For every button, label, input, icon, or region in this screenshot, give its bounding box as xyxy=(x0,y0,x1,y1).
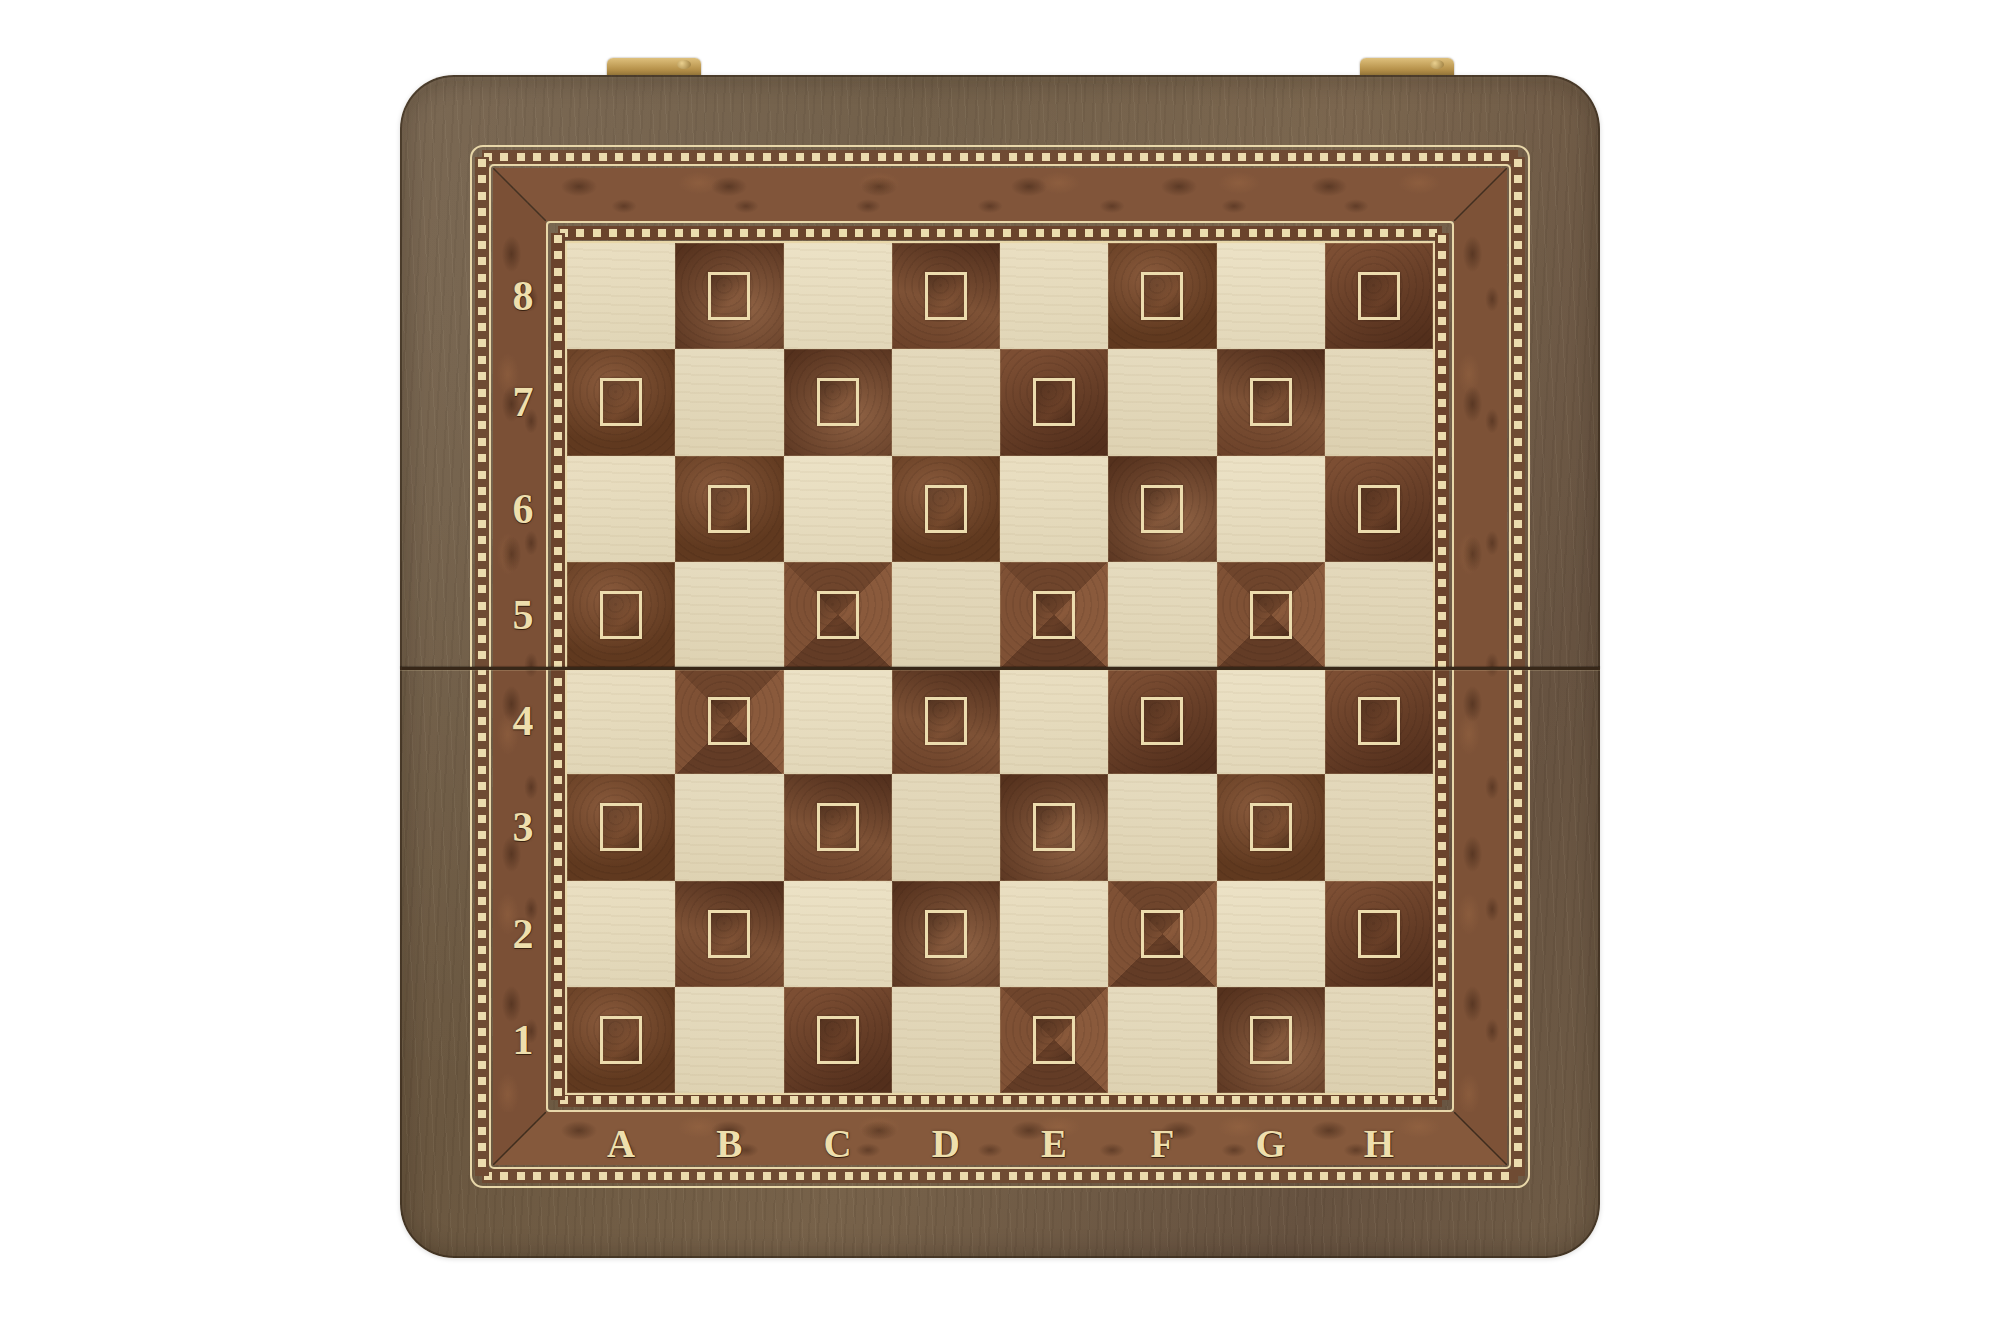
square-a1[interactable] xyxy=(567,987,675,1093)
square-e6[interactable] xyxy=(1000,456,1108,562)
file-label-h: H xyxy=(1364,1124,1394,1163)
file-label-f: F xyxy=(1150,1124,1174,1163)
file-label-g: G xyxy=(1255,1124,1285,1163)
square-f3[interactable] xyxy=(1108,774,1216,880)
file-label-c: C xyxy=(824,1124,852,1163)
square-h3[interactable] xyxy=(1325,774,1433,880)
square-a4[interactable] xyxy=(567,668,675,774)
square-a6[interactable] xyxy=(567,456,675,562)
dark-square-inlay xyxy=(600,378,642,426)
dark-square-inlay xyxy=(817,1016,859,1064)
dark-square-inlay xyxy=(708,697,750,745)
dark-square-inlay xyxy=(1358,485,1400,533)
dark-square-inlay xyxy=(1141,697,1183,745)
dark-square-inlay xyxy=(1358,697,1400,745)
square-c3[interactable] xyxy=(784,774,892,880)
dark-square-inlay xyxy=(817,803,859,851)
square-f4[interactable] xyxy=(1108,668,1216,774)
dark-square-inlay xyxy=(600,1016,642,1064)
dotted-strip xyxy=(558,226,1442,240)
dotted-strip xyxy=(482,1169,1518,1183)
square-b1[interactable] xyxy=(675,987,783,1093)
square-f6[interactable] xyxy=(1108,456,1216,562)
square-e3[interactable] xyxy=(1000,774,1108,880)
dark-square-inlay xyxy=(1250,378,1292,426)
square-g5[interactable] xyxy=(1217,562,1325,668)
dark-square-inlay xyxy=(708,485,750,533)
square-d6[interactable] xyxy=(892,456,1000,562)
square-h6[interactable] xyxy=(1325,456,1433,562)
dark-square-inlay xyxy=(817,378,859,426)
file-label-d: D xyxy=(932,1124,960,1163)
dotted-strip xyxy=(482,150,1518,164)
burl-corner xyxy=(1454,168,1507,221)
dark-square-inlay xyxy=(817,591,859,639)
dark-square-inlay xyxy=(925,697,967,745)
dark-square-inlay xyxy=(1033,378,1075,426)
square-f7[interactable] xyxy=(1108,349,1216,455)
square-d7[interactable] xyxy=(892,349,1000,455)
dark-square-inlay xyxy=(1141,485,1183,533)
dark-square-inlay xyxy=(1033,803,1075,851)
dark-square-inlay xyxy=(600,803,642,851)
rank-label-5: 5 xyxy=(513,594,534,636)
dark-square-inlay xyxy=(1358,272,1400,320)
square-g7[interactable] xyxy=(1217,349,1325,455)
rank-label-6: 6 xyxy=(513,488,534,530)
square-e8[interactable] xyxy=(1000,243,1108,349)
square-f8[interactable] xyxy=(1108,243,1216,349)
rank-label-2: 2 xyxy=(513,913,534,955)
burl-corner xyxy=(493,1112,546,1165)
chess-box-case: 87654321 ABCDEFGH xyxy=(400,75,1600,1258)
square-b5[interactable] xyxy=(675,562,783,668)
square-d1[interactable] xyxy=(892,987,1000,1093)
square-f5[interactable] xyxy=(1108,562,1216,668)
square-g3[interactable] xyxy=(1217,774,1325,880)
dark-square-inlay xyxy=(1141,910,1183,958)
dark-square-inlay xyxy=(600,591,642,639)
square-f1[interactable] xyxy=(1108,987,1216,1093)
square-b7[interactable] xyxy=(675,349,783,455)
square-g2[interactable] xyxy=(1217,881,1325,987)
dark-square-inlay xyxy=(1033,591,1075,639)
rank-label-7: 7 xyxy=(513,381,534,423)
dark-square-inlay xyxy=(708,272,750,320)
burl-corner xyxy=(1454,1112,1507,1165)
square-c4[interactable] xyxy=(784,668,892,774)
square-h2[interactable] xyxy=(1325,881,1433,987)
square-c5[interactable] xyxy=(784,562,892,668)
square-c7[interactable] xyxy=(784,349,892,455)
square-b8[interactable] xyxy=(675,243,783,349)
square-b6[interactable] xyxy=(675,456,783,562)
file-label-a: A xyxy=(607,1124,635,1163)
square-f2[interactable] xyxy=(1108,881,1216,987)
square-d2[interactable] xyxy=(892,881,1000,987)
square-h1[interactable] xyxy=(1325,987,1433,1093)
burl-band-top xyxy=(546,168,1454,221)
rank-label-1: 1 xyxy=(513,1019,534,1061)
square-b2[interactable] xyxy=(675,881,783,987)
rank-label-4: 4 xyxy=(513,700,534,742)
dark-square-inlay xyxy=(708,910,750,958)
dark-square-inlay xyxy=(1250,803,1292,851)
square-b4[interactable] xyxy=(675,668,783,774)
square-d4[interactable] xyxy=(892,668,1000,774)
square-h8[interactable] xyxy=(1325,243,1433,349)
dark-square-inlay xyxy=(1250,1016,1292,1064)
square-h5[interactable] xyxy=(1325,562,1433,668)
square-c6[interactable] xyxy=(784,456,892,562)
square-g1[interactable] xyxy=(1217,987,1325,1093)
dotted-strip xyxy=(558,1093,1442,1107)
dark-square-inlay xyxy=(925,910,967,958)
file-label-b: B xyxy=(716,1124,742,1163)
dark-square-inlay xyxy=(1141,272,1183,320)
square-g4[interactable] xyxy=(1217,668,1325,774)
product-photo-scene: 87654321 ABCDEFGH xyxy=(0,0,2000,1333)
square-e7[interactable] xyxy=(1000,349,1108,455)
square-a8[interactable] xyxy=(567,243,675,349)
square-e1[interactable] xyxy=(1000,987,1108,1093)
square-c2[interactable] xyxy=(784,881,892,987)
burl-corner xyxy=(493,168,546,221)
file-label-e: E xyxy=(1041,1124,1067,1163)
dark-square-inlay xyxy=(1033,1016,1075,1064)
dark-square-inlay xyxy=(925,485,967,533)
rank-label-3: 3 xyxy=(513,806,534,848)
square-e4[interactable] xyxy=(1000,668,1108,774)
square-d3[interactable] xyxy=(892,774,1000,880)
rank-label-8: 8 xyxy=(513,275,534,317)
square-c8[interactable] xyxy=(784,243,892,349)
square-a5[interactable] xyxy=(567,562,675,668)
square-b3[interactable] xyxy=(675,774,783,880)
square-e2[interactable] xyxy=(1000,881,1108,987)
dark-square-inlay xyxy=(1358,910,1400,958)
square-a7[interactable] xyxy=(567,349,675,455)
square-h7[interactable] xyxy=(1325,349,1433,455)
square-e5[interactable] xyxy=(1000,562,1108,668)
square-d5[interactable] xyxy=(892,562,1000,668)
square-a3[interactable] xyxy=(567,774,675,880)
burl-band-bottom xyxy=(546,1112,1454,1165)
dark-square-inlay xyxy=(1250,591,1292,639)
square-a2[interactable] xyxy=(567,881,675,987)
square-g8[interactable] xyxy=(1217,243,1325,349)
dark-square-inlay xyxy=(925,272,967,320)
square-d8[interactable] xyxy=(892,243,1000,349)
square-g6[interactable] xyxy=(1217,456,1325,562)
fold-seam xyxy=(400,667,1600,670)
square-h4[interactable] xyxy=(1325,668,1433,774)
square-c1[interactable] xyxy=(784,987,892,1093)
